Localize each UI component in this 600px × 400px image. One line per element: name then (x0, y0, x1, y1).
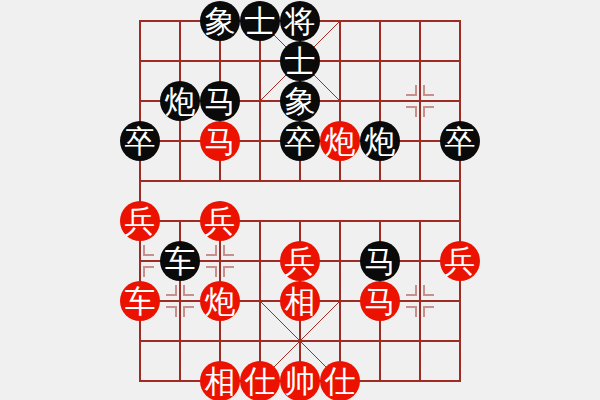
piece-black-ma[interactable]: 马 (360, 241, 400, 281)
piece-red-bing[interactable]: 兵 (440, 241, 480, 281)
piece-black-ma[interactable]: 马 (200, 81, 240, 121)
xiangqi-app-canvas: 象士将士炮马象卒马卒炮炮卒兵兵车兵马兵车炮相马相仕帅仕 (0, 0, 600, 400)
piece-black-zu[interactable]: 卒 (280, 121, 320, 161)
piece-red-xiang[interactable]: 相 (200, 361, 240, 400)
piece-red-bing[interactable]: 兵 (200, 201, 240, 241)
piece-black-pao[interactable]: 炮 (160, 81, 200, 121)
xiangqi-board[interactable]: 象士将士炮马象卒马卒炮炮卒兵兵车兵马兵车炮相马相仕帅仕 (0, 0, 600, 400)
piece-red-che[interactable]: 车 (120, 281, 160, 321)
piece-red-bing[interactable]: 兵 (280, 241, 320, 281)
piece-black-xiang[interactable]: 象 (280, 81, 320, 121)
piece-black-jiang[interactable]: 将 (280, 1, 320, 41)
piece-black-che[interactable]: 车 (160, 241, 200, 281)
piece-red-shi[interactable]: 仕 (240, 361, 280, 400)
piece-red-bing[interactable]: 兵 (120, 201, 160, 241)
piece-black-zu[interactable]: 卒 (440, 121, 480, 161)
piece-red-xiang[interactable]: 相 (280, 281, 320, 321)
piece-red-pao[interactable]: 炮 (200, 281, 240, 321)
piece-black-pao[interactable]: 炮 (360, 121, 400, 161)
piece-red-ma[interactable]: 马 (360, 281, 400, 321)
piece-red-pao[interactable]: 炮 (320, 121, 360, 161)
piece-red-shuai[interactable]: 帅 (280, 361, 320, 400)
piece-black-shi[interactable]: 士 (240, 1, 280, 41)
piece-black-shi[interactable]: 士 (280, 41, 320, 81)
piece-black-zu[interactable]: 卒 (120, 121, 160, 161)
piece-red-ma[interactable]: 马 (200, 121, 240, 161)
piece-red-shi[interactable]: 仕 (320, 361, 360, 400)
piece-black-xiang[interactable]: 象 (200, 1, 240, 41)
